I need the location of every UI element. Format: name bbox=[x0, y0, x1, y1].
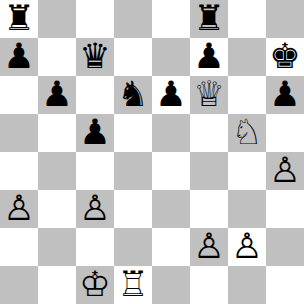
square-c5[interactable]: ♟ bbox=[76, 114, 114, 152]
square-e5[interactable] bbox=[152, 114, 190, 152]
square-e2[interactable] bbox=[152, 228, 190, 266]
square-e3[interactable] bbox=[152, 190, 190, 228]
square-h3[interactable] bbox=[266, 190, 304, 228]
black-pawn: ♟ bbox=[155, 76, 186, 113]
square-d7[interactable] bbox=[114, 38, 152, 76]
square-h4[interactable]: ♙ bbox=[266, 152, 304, 190]
square-c3[interactable]: ♙ bbox=[76, 190, 114, 228]
square-g4[interactable] bbox=[228, 152, 266, 190]
square-b8[interactable] bbox=[38, 0, 76, 38]
square-d2[interactable] bbox=[114, 228, 152, 266]
square-h8[interactable] bbox=[266, 0, 304, 38]
square-a4[interactable] bbox=[0, 152, 38, 190]
square-f2[interactable]: ♙ bbox=[190, 228, 228, 266]
square-f6[interactable]: ♕ bbox=[190, 76, 228, 114]
square-h6[interactable]: ♟ bbox=[266, 76, 304, 114]
square-a7[interactable]: ♟ bbox=[0, 38, 38, 76]
square-g5[interactable]: ♘ bbox=[228, 114, 266, 152]
square-d5[interactable] bbox=[114, 114, 152, 152]
square-a1[interactable] bbox=[0, 266, 38, 304]
square-f7[interactable]: ♟ bbox=[190, 38, 228, 76]
white-pawn: ♙ bbox=[269, 152, 300, 189]
square-d8[interactable] bbox=[114, 0, 152, 38]
white-pawn: ♙ bbox=[231, 228, 262, 265]
black-rook: ♜ bbox=[193, 0, 224, 37]
square-c6[interactable] bbox=[76, 76, 114, 114]
square-f1[interactable] bbox=[190, 266, 228, 304]
square-f4[interactable] bbox=[190, 152, 228, 190]
square-b5[interactable] bbox=[38, 114, 76, 152]
square-h5[interactable] bbox=[266, 114, 304, 152]
square-b6[interactable]: ♟ bbox=[38, 76, 76, 114]
black-king: ♚ bbox=[269, 38, 300, 75]
square-d3[interactable] bbox=[114, 190, 152, 228]
square-h2[interactable] bbox=[266, 228, 304, 266]
black-pawn: ♟ bbox=[41, 76, 72, 113]
square-d6[interactable]: ♞ bbox=[114, 76, 152, 114]
square-f5[interactable] bbox=[190, 114, 228, 152]
black-rook: ♜ bbox=[3, 0, 34, 37]
square-h1[interactable] bbox=[266, 266, 304, 304]
square-h7[interactable]: ♚ bbox=[266, 38, 304, 76]
square-g2[interactable]: ♙ bbox=[228, 228, 266, 266]
white-queen: ♕ bbox=[193, 76, 224, 113]
square-e1[interactable] bbox=[152, 266, 190, 304]
black-pawn: ♟ bbox=[3, 38, 34, 75]
white-pawn: ♙ bbox=[3, 190, 34, 227]
white-rook: ♖ bbox=[117, 266, 148, 303]
black-pawn: ♟ bbox=[193, 38, 224, 75]
square-c2[interactable] bbox=[76, 228, 114, 266]
square-c1[interactable]: ♔ bbox=[76, 266, 114, 304]
square-d4[interactable] bbox=[114, 152, 152, 190]
square-g6[interactable] bbox=[228, 76, 266, 114]
white-king: ♔ bbox=[79, 266, 110, 303]
square-a2[interactable] bbox=[0, 228, 38, 266]
square-c8[interactable] bbox=[76, 0, 114, 38]
white-knight: ♘ bbox=[231, 114, 262, 151]
black-queen: ♛ bbox=[79, 38, 110, 75]
square-g3[interactable] bbox=[228, 190, 266, 228]
square-e8[interactable] bbox=[152, 0, 190, 38]
square-c4[interactable] bbox=[76, 152, 114, 190]
square-g1[interactable] bbox=[228, 266, 266, 304]
square-b3[interactable] bbox=[38, 190, 76, 228]
black-knight: ♞ bbox=[117, 76, 148, 113]
square-a6[interactable] bbox=[0, 76, 38, 114]
square-b7[interactable] bbox=[38, 38, 76, 76]
square-b1[interactable] bbox=[38, 266, 76, 304]
square-f8[interactable]: ♜ bbox=[190, 0, 228, 38]
square-a5[interactable] bbox=[0, 114, 38, 152]
square-e7[interactable] bbox=[152, 38, 190, 76]
square-c7[interactable]: ♛ bbox=[76, 38, 114, 76]
square-f3[interactable] bbox=[190, 190, 228, 228]
black-pawn: ♟ bbox=[269, 76, 300, 113]
white-pawn: ♙ bbox=[79, 190, 110, 227]
square-e4[interactable] bbox=[152, 152, 190, 190]
square-b2[interactable] bbox=[38, 228, 76, 266]
black-pawn: ♟ bbox=[79, 114, 110, 151]
square-d1[interactable]: ♖ bbox=[114, 266, 152, 304]
white-pawn: ♙ bbox=[193, 228, 224, 265]
square-a3[interactable]: ♙ bbox=[0, 190, 38, 228]
square-g8[interactable] bbox=[228, 0, 266, 38]
square-g7[interactable] bbox=[228, 38, 266, 76]
chess-board: ♜♜♟♛♟♚♟♞♟♕♟♟♘♙♙♙♙♙♔♖ bbox=[0, 0, 304, 304]
square-a8[interactable]: ♜ bbox=[0, 0, 38, 38]
square-b4[interactable] bbox=[38, 152, 76, 190]
square-e6[interactable]: ♟ bbox=[152, 76, 190, 114]
